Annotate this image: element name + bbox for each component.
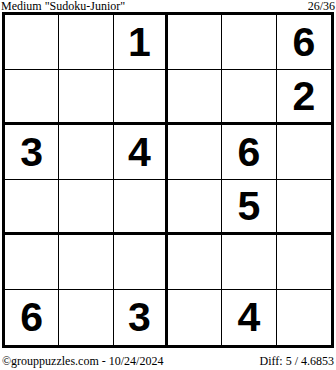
cell-r2c5[interactable] [222,70,276,125]
cell-r6c1[interactable]: 6 [5,290,59,345]
cell-r1c2[interactable] [59,15,113,70]
cell-r6c4[interactable] [168,290,222,345]
puzzle-title: Medium "Sudoku-Junior" [1,0,125,12]
cell-r3c3[interactable]: 4 [114,125,168,180]
puzzle-progress: 26/36 [308,0,335,12]
cell-r1c3[interactable]: 1 [114,15,168,70]
cell-r4c2[interactable] [59,180,113,235]
puzzle-page: Medium "Sudoku-Junior" 26/36 1623465634 … [0,0,336,370]
cell-r1c1[interactable] [5,15,59,70]
cell-r4c3[interactable] [114,180,168,235]
cell-r1c5[interactable] [222,15,276,70]
cell-r2c4[interactable] [168,70,222,125]
cell-r4c6[interactable] [277,180,331,235]
sudoku-board: 1623465634 [2,12,334,348]
cell-r2c3[interactable] [114,70,168,125]
cell-r3c4[interactable] [168,125,222,180]
cell-r2c2[interactable] [59,70,113,125]
cell-r4c5[interactable]: 5 [222,180,276,235]
cell-r4c1[interactable] [5,180,59,235]
difficulty-label: Diff: 5 / 4.6853 [260,354,334,368]
cell-r5c2[interactable] [59,235,113,290]
cell-r2c6[interactable]: 2 [277,70,331,125]
cell-r1c6[interactable]: 6 [277,15,331,70]
header: Medium "Sudoku-Junior" 26/36 [1,0,335,12]
cell-r5c6[interactable] [277,235,331,290]
cell-r6c5[interactable]: 4 [222,290,276,345]
footer: ©grouppuzzles.com - 10/24/2024 Diff: 5 /… [2,352,334,368]
cell-r3c5[interactable]: 6 [222,125,276,180]
cell-r6c2[interactable] [59,290,113,345]
cell-r3c2[interactable] [59,125,113,180]
cell-r4c4[interactable] [168,180,222,235]
cell-r6c6[interactable] [277,290,331,345]
cell-r2c1[interactable] [5,70,59,125]
cell-r5c3[interactable] [114,235,168,290]
cell-r3c1[interactable]: 3 [5,125,59,180]
cell-r1c4[interactable] [168,15,222,70]
copyright-credit: ©grouppuzzles.com - 10/24/2024 [2,354,163,368]
cell-r5c5[interactable] [222,235,276,290]
cell-r3c6[interactable] [277,125,331,180]
cell-r5c1[interactable] [5,235,59,290]
cell-r6c3[interactable]: 3 [114,290,168,345]
cell-r5c4[interactable] [168,235,222,290]
